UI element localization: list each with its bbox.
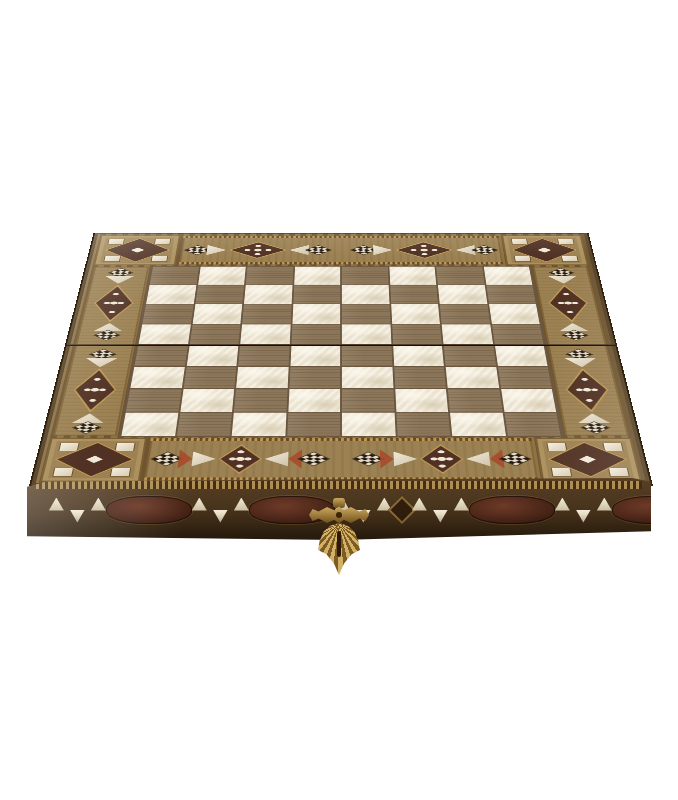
pearl-dot-icon: [110, 468, 131, 477]
board-square: [504, 412, 561, 436]
board-square: [130, 367, 184, 389]
diamond-inlay-icon: [562, 368, 614, 412]
board-square: [342, 367, 393, 389]
pearl-dot-icon: [608, 468, 630, 477]
board-square: [180, 389, 234, 412]
pearl-triangle-icon: [548, 276, 578, 284]
board-square: [342, 412, 395, 436]
board-square: [436, 267, 484, 285]
board-square: [342, 304, 390, 323]
board-square: [242, 304, 291, 323]
dark-oval-inlay: [612, 496, 678, 524]
checker-inlay-icon: [580, 421, 610, 434]
board-square: [391, 304, 440, 323]
pearl-dot-icon: [514, 256, 531, 262]
board-square: [394, 367, 446, 389]
pearl-triangle-icon: [104, 276, 134, 284]
board-square: [342, 267, 388, 285]
diamond-inlay-icon: [69, 368, 121, 412]
board-square: [287, 412, 340, 436]
chess-box-photo: [0, 0, 678, 800]
inlay-motif: [347, 236, 503, 264]
inlay-motif: [533, 267, 606, 342]
board-square: [150, 267, 199, 285]
board-square: [501, 389, 556, 412]
dark-oval-inlay: [106, 496, 192, 524]
pearl-dot-icon: [551, 468, 572, 477]
board-square: [146, 285, 196, 304]
corner-inlay-top-right: [502, 235, 589, 265]
border-band-top: [179, 236, 503, 264]
board-square: [494, 345, 547, 366]
checker-inlay-icon: [561, 330, 588, 341]
board-square: [192, 304, 242, 323]
board-square: [396, 412, 450, 436]
fold-seam: [67, 344, 616, 346]
board-square: [121, 412, 178, 436]
diamond-inlay-icon: [545, 285, 592, 322]
board-square: [291, 324, 340, 344]
border-band-bottom: [144, 438, 538, 481]
board-square: [390, 285, 438, 304]
board-square: [342, 345, 392, 366]
board-square: [395, 389, 448, 412]
front-tick-inlay: [36, 481, 641, 489]
board-square: [126, 389, 181, 412]
checker-inlay-icon: [108, 268, 134, 278]
board-square: [448, 389, 502, 412]
board-square: [492, 324, 544, 344]
board-square: [186, 345, 238, 366]
checker-inlay-icon: [549, 268, 575, 278]
pearl-triangle-icon: [373, 245, 393, 255]
board-square: [444, 345, 496, 366]
board-square: [288, 389, 340, 412]
checkerboard: [118, 266, 563, 438]
pearl-dot-icon: [561, 256, 579, 262]
board-square: [234, 389, 287, 412]
board-square: [238, 345, 289, 366]
board-square: [392, 324, 442, 344]
pearl-triangles-inlay: [412, 494, 469, 526]
pearl-triangle-icon: [206, 245, 227, 255]
pearl-dot-icon: [151, 256, 168, 262]
board-square: [489, 304, 540, 323]
diamond-inlay-icon: [395, 242, 455, 259]
pearl-triangle-icon: [85, 358, 117, 367]
board-square: [183, 367, 236, 389]
board-square: [195, 285, 244, 304]
corner-inlay-bottom-right: [535, 438, 642, 481]
clasp-catch: [333, 498, 345, 508]
board-square: [198, 267, 246, 285]
clasp-pin: [336, 512, 342, 518]
board-square: [232, 412, 286, 436]
red-wedge-icon: [177, 449, 193, 468]
board-square: [389, 267, 436, 285]
pearl-triangle-icon: [191, 452, 216, 467]
checker-inlay-icon: [89, 349, 117, 360]
board-square: [289, 367, 340, 389]
pearl-triangles-inlay: [49, 494, 106, 526]
board-square: [177, 412, 232, 436]
checker-inlay-icon: [72, 421, 102, 434]
checker-inlay-icon: [565, 349, 593, 360]
dark-oval-inlay: [469, 496, 555, 524]
pearl-triangle-icon: [565, 358, 597, 367]
pearl-triangle-icon: [393, 452, 417, 467]
board-square: [342, 324, 391, 344]
inlay-motif: [179, 236, 335, 264]
inlay-motif: [349, 438, 538, 481]
board-square: [294, 267, 340, 285]
board-square: [142, 304, 193, 323]
board-square: [442, 324, 493, 344]
board-top-surface: [29, 233, 653, 486]
board-square: [440, 304, 490, 323]
board-square: [290, 345, 340, 366]
corner-inlay-bottom-left: [40, 438, 147, 481]
board-square: [438, 285, 487, 304]
board-square: [293, 285, 340, 304]
pearl-triangles-inlay: [192, 494, 249, 526]
pearl-dot-icon: [52, 468, 74, 477]
pearl-dot-icon: [103, 256, 121, 262]
checker-inlay-icon: [93, 330, 120, 341]
board-square: [236, 367, 288, 389]
board-square: [189, 324, 240, 344]
pearl-triangles-inlay: [555, 494, 612, 526]
diamond-inlay-icon: [228, 242, 288, 259]
diamond-inlay-icon: [217, 444, 263, 474]
pearl-dot-icon: [115, 443, 136, 452]
pearl-triangle-icon: [465, 452, 490, 467]
board-square: [292, 304, 340, 323]
board-square: [498, 367, 552, 389]
diamond-inlay-icon: [90, 285, 137, 322]
inlay-motif: [144, 438, 333, 481]
board-square: [483, 267, 532, 285]
board-square: [244, 285, 292, 304]
corner-inlay-top-left: [94, 235, 181, 265]
diamond-inlay-icon: [419, 444, 465, 474]
clasp-pendant-slit: [337, 531, 341, 557]
clasp: [307, 497, 371, 577]
board-square: [342, 389, 394, 412]
board-square: [139, 324, 191, 344]
pearl-triangle-icon: [264, 452, 288, 467]
board-square: [342, 285, 389, 304]
board-square: [240, 324, 290, 344]
red-wedge-icon: [380, 449, 394, 468]
board-square: [393, 345, 444, 366]
board-square: [135, 345, 188, 366]
board-square: [450, 412, 505, 436]
board-square: [246, 267, 293, 285]
board-square: [486, 285, 536, 304]
board-square: [446, 367, 499, 389]
